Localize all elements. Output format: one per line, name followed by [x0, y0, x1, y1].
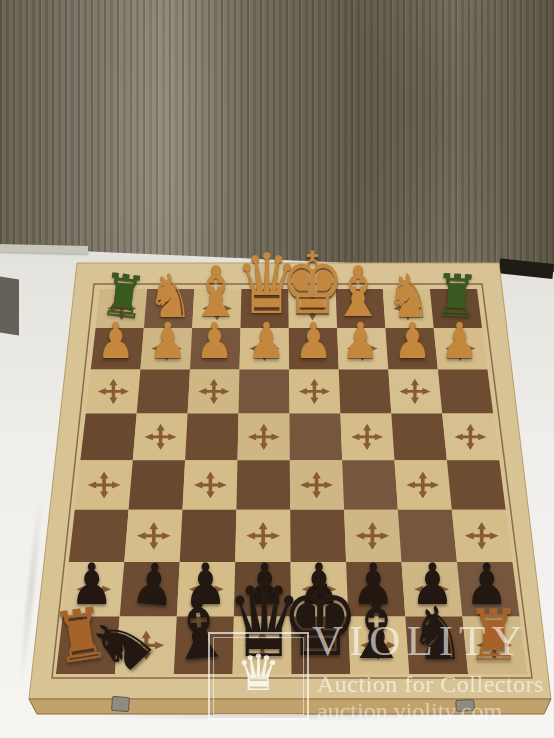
- square-b7: [120, 562, 180, 617]
- square-grain: [129, 460, 186, 510]
- square-grain: [234, 562, 291, 617]
- square-f3: [339, 369, 392, 413]
- square-c4: [185, 414, 238, 461]
- square-e2: [289, 328, 339, 370]
- latch-left: [112, 696, 130, 711]
- square-f7: [346, 562, 405, 617]
- square-grain: [398, 510, 457, 562]
- square-h3: [438, 369, 493, 413]
- square-g4: [391, 414, 447, 461]
- square-grain: [239, 369, 290, 413]
- square-grain: [342, 460, 398, 510]
- square-c8: [174, 617, 234, 674]
- square-a6: [69, 510, 129, 562]
- square-d1: [241, 289, 289, 328]
- square-d5: [236, 460, 290, 510]
- square-h5: [447, 460, 506, 510]
- square-grain: [430, 289, 482, 328]
- square-e6: [290, 510, 346, 562]
- square-f1: [336, 289, 386, 328]
- square-grain: [180, 510, 237, 562]
- chess-board: [0, 0, 554, 738]
- square-g2: [385, 328, 438, 370]
- square-grain: [80, 414, 136, 461]
- square-grain: [290, 414, 343, 461]
- latch-right: [456, 700, 475, 712]
- square-g8: [405, 617, 468, 674]
- square-b3: [137, 369, 190, 413]
- square-a8: [56, 617, 120, 674]
- square-grain: [144, 289, 194, 328]
- square-a2: [91, 328, 144, 370]
- square-grain: [457, 562, 520, 617]
- square-grain: [190, 328, 241, 370]
- square-grain: [291, 617, 350, 674]
